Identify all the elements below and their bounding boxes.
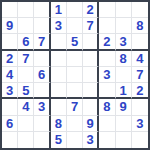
cell-r5c7[interactable]: 3 (99, 67, 115, 83)
cell-r8c8[interactable] (116, 116, 132, 132)
cell-r3c4[interactable] (51, 34, 67, 50)
cell-r5c6[interactable] (83, 67, 99, 83)
cell-r2c5[interactable] (67, 18, 83, 34)
cell-r7c9[interactable] (132, 99, 148, 115)
cell-r7c1[interactable] (2, 99, 18, 115)
cell-r6c8[interactable]: 1 (116, 83, 132, 99)
cell-r3c9[interactable] (132, 34, 148, 50)
cell-r3c1[interactable] (2, 34, 18, 50)
cell-r6c3[interactable] (34, 83, 50, 99)
cell-r8c3[interactable] (34, 116, 50, 132)
cell-r4c3[interactable] (34, 51, 50, 67)
cell-r8c4[interactable]: 8 (51, 116, 67, 132)
cell-r1c6[interactable]: 2 (83, 2, 99, 18)
cell-r6c5[interactable] (67, 83, 83, 99)
cell-r5c3[interactable]: 6 (34, 67, 50, 83)
cell-r7c3[interactable]: 3 (34, 99, 50, 115)
cell-r1c7[interactable] (99, 2, 115, 18)
cell-r6c6[interactable] (83, 83, 99, 99)
cell-r6c7[interactable] (99, 83, 115, 99)
cell-r4c8[interactable]: 8 (116, 51, 132, 67)
cell-r5c5[interactable] (67, 67, 83, 83)
cell-r2c9[interactable]: 8 (132, 18, 148, 34)
cell-r4c9[interactable]: 4 (132, 51, 148, 67)
cell-r7c6[interactable] (83, 99, 99, 115)
cell-r7c5[interactable]: 7 (67, 99, 83, 115)
cell-r1c2[interactable] (18, 2, 34, 18)
cell-r2c3[interactable] (34, 18, 50, 34)
cell-r5c4[interactable] (51, 67, 67, 83)
cell-r5c2[interactable] (18, 67, 34, 83)
cell-r9c1[interactable] (2, 132, 18, 148)
cell-r4c2[interactable]: 7 (18, 51, 34, 67)
cell-r9c9[interactable] (132, 132, 148, 148)
cell-r9c5[interactable] (67, 132, 83, 148)
cell-r3c6[interactable] (83, 34, 99, 50)
cell-r5c9[interactable]: 7 (132, 67, 148, 83)
cell-r6c2[interactable]: 5 (18, 83, 34, 99)
cell-r2c4[interactable]: 3 (51, 18, 67, 34)
cell-r4c5[interactable] (67, 51, 83, 67)
cell-r4c6[interactable] (83, 51, 99, 67)
cell-r9c2[interactable] (18, 132, 34, 148)
cell-r4c4[interactable] (51, 51, 67, 67)
cell-r6c4[interactable] (51, 83, 67, 99)
cell-r7c8[interactable]: 9 (116, 99, 132, 115)
cell-r7c2[interactable]: 4 (18, 99, 34, 115)
cell-r6c9[interactable]: 2 (132, 83, 148, 99)
cell-r3c8[interactable]: 3 (116, 34, 132, 50)
cell-r8c5[interactable] (67, 116, 83, 132)
cell-r1c1[interactable] (2, 2, 18, 18)
cell-r7c4[interactable] (51, 99, 67, 115)
cell-r9c4[interactable]: 5 (51, 132, 67, 148)
cell-r8c6[interactable]: 9 (83, 116, 99, 132)
sudoku-board: 1293786752327844637351243789689353 (0, 0, 150, 150)
cell-r4c1[interactable]: 2 (2, 51, 18, 67)
cell-r2c1[interactable]: 9 (2, 18, 18, 34)
cell-r3c2[interactable]: 6 (18, 34, 34, 50)
cell-r4c7[interactable] (99, 51, 115, 67)
cell-r1c4[interactable]: 1 (51, 2, 67, 18)
cell-r9c3[interactable] (34, 132, 50, 148)
cell-r9c6[interactable]: 3 (83, 132, 99, 148)
cell-r1c8[interactable] (116, 2, 132, 18)
cell-r2c2[interactable] (18, 18, 34, 34)
cell-r2c8[interactable] (116, 18, 132, 34)
cell-r1c9[interactable] (132, 2, 148, 18)
cell-r8c7[interactable] (99, 116, 115, 132)
cell-r8c2[interactable] (18, 116, 34, 132)
cell-r9c8[interactable] (116, 132, 132, 148)
cell-r2c7[interactable] (99, 18, 115, 34)
cell-r2c6[interactable]: 7 (83, 18, 99, 34)
cell-r1c3[interactable] (34, 2, 50, 18)
cell-r3c3[interactable]: 7 (34, 34, 50, 50)
cell-r6c1[interactable]: 3 (2, 83, 18, 99)
cell-r8c1[interactable]: 6 (2, 116, 18, 132)
cell-r1c5[interactable] (67, 2, 83, 18)
cell-r8c9[interactable]: 3 (132, 116, 148, 132)
cell-r3c7[interactable]: 2 (99, 34, 115, 50)
cell-r9c7[interactable] (99, 132, 115, 148)
cell-r3c5[interactable]: 5 (67, 34, 83, 50)
cell-r5c1[interactable]: 4 (2, 67, 18, 83)
cell-r7c7[interactable]: 8 (99, 99, 115, 115)
cell-r5c8[interactable] (116, 67, 132, 83)
